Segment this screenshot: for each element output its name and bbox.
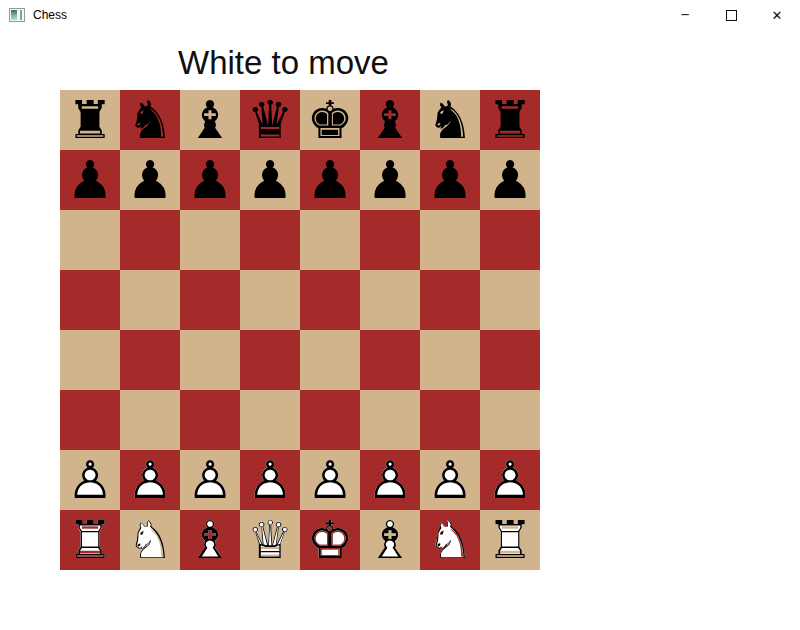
piece-white-rook[interactable]: ♜♖ [60, 510, 120, 570]
square-d3[interactable] [240, 390, 300, 450]
piece-black-pawn[interactable]: ♟ [480, 150, 540, 210]
square-h4[interactable] [480, 330, 540, 390]
square-e5[interactable] [300, 270, 360, 330]
piece-white-queen[interactable]: ♛♕ [240, 510, 300, 570]
piece-black-rook[interactable]: ♜ [60, 90, 120, 150]
window-controls: ─ ✕ [662, 0, 800, 30]
square-b8[interactable]: ♞ [120, 90, 180, 150]
square-d4[interactable] [240, 330, 300, 390]
square-d5[interactable] [240, 270, 300, 330]
piece-glyph: ♝ [187, 90, 234, 150]
piece-outline: ♔ [307, 510, 354, 570]
square-g5[interactable] [420, 270, 480, 330]
piece-black-pawn[interactable]: ♟ [240, 150, 300, 210]
piece-outline: ♕ [247, 510, 294, 570]
piece-white-bishop[interactable]: ♝♗ [360, 510, 420, 570]
chess-window: { "game": "chess", "window": { "title": … [0, 0, 800, 630]
square-d6[interactable] [240, 210, 300, 270]
square-a3[interactable] [60, 390, 120, 450]
piece-black-bishop[interactable]: ♝ [180, 90, 240, 150]
square-g2[interactable]: ♟♙ [420, 450, 480, 510]
piece-outline: ♙ [307, 450, 354, 510]
piece-black-pawn[interactable]: ♟ [300, 150, 360, 210]
piece-black-pawn[interactable]: ♟ [120, 150, 180, 210]
square-c2[interactable]: ♟♙ [180, 450, 240, 510]
square-b1[interactable]: ♞♘ [120, 510, 180, 570]
square-g6[interactable] [420, 210, 480, 270]
piece-black-knight[interactable]: ♞ [120, 90, 180, 150]
square-c6[interactable] [180, 210, 240, 270]
piece-glyph: ♟ [127, 150, 174, 210]
piece-glyph: ♟ [187, 150, 234, 210]
square-h7[interactable]: ♟ [480, 150, 540, 210]
piece-white-knight[interactable]: ♞♘ [420, 510, 480, 570]
square-b7[interactable]: ♟ [120, 150, 180, 210]
square-c8[interactable]: ♝ [180, 90, 240, 150]
minimize-button[interactable]: ─ [662, 0, 708, 30]
square-f4[interactable] [360, 330, 420, 390]
piece-black-pawn[interactable]: ♟ [60, 150, 120, 210]
piece-white-pawn[interactable]: ♟♙ [120, 450, 180, 510]
piece-outline: ♙ [367, 450, 414, 510]
square-e7[interactable]: ♟ [300, 150, 360, 210]
square-d2[interactable]: ♟♙ [240, 450, 300, 510]
piece-glyph: ♟ [247, 150, 294, 210]
piece-white-king[interactable]: ♚♔ [300, 510, 360, 570]
piece-black-pawn[interactable]: ♟ [180, 150, 240, 210]
piece-black-pawn[interactable]: ♟ [420, 150, 480, 210]
piece-glyph: ♟ [427, 150, 474, 210]
square-e2[interactable]: ♟♙ [300, 450, 360, 510]
square-c3[interactable] [180, 390, 240, 450]
square-f5[interactable] [360, 270, 420, 330]
piece-glyph: ♟ [307, 150, 354, 210]
square-b3[interactable] [120, 390, 180, 450]
square-a6[interactable] [60, 210, 120, 270]
piece-white-knight[interactable]: ♞♘ [120, 510, 180, 570]
piece-black-bishop[interactable]: ♝ [360, 90, 420, 150]
square-d7[interactable]: ♟ [240, 150, 300, 210]
square-g8[interactable]: ♞ [420, 90, 480, 150]
square-b5[interactable] [120, 270, 180, 330]
piece-outline: ♙ [247, 450, 294, 510]
app-icon-art [11, 10, 17, 20]
piece-glyph: ♟ [67, 150, 114, 210]
piece-white-bishop[interactable]: ♝♗ [180, 510, 240, 570]
piece-glyph: ♜ [487, 90, 534, 150]
square-a8[interactable]: ♜ [60, 90, 120, 150]
square-f3[interactable] [360, 390, 420, 450]
square-e1[interactable]: ♚♔ [300, 510, 360, 570]
square-c5[interactable] [180, 270, 240, 330]
piece-outline: ♗ [367, 510, 414, 570]
window-title: Chess [33, 8, 67, 22]
piece-outline: ♙ [487, 450, 534, 510]
piece-outline: ♙ [427, 450, 474, 510]
square-d8[interactable]: ♛ [240, 90, 300, 150]
close-button[interactable]: ✕ [754, 0, 800, 30]
piece-outline: ♖ [67, 510, 114, 570]
square-a2[interactable]: ♟♙ [60, 450, 120, 510]
square-h1[interactable]: ♜♖ [480, 510, 540, 570]
piece-black-pawn[interactable]: ♟ [360, 150, 420, 210]
piece-white-rook[interactable]: ♜♖ [480, 510, 540, 570]
square-g1[interactable]: ♞♘ [420, 510, 480, 570]
piece-white-pawn[interactable]: ♟♙ [240, 450, 300, 510]
piece-black-king[interactable]: ♚ [300, 90, 360, 150]
piece-glyph: ♛ [247, 90, 294, 150]
piece-outline: ♖ [487, 510, 534, 570]
app-icon [9, 8, 25, 22]
square-e8[interactable]: ♚ [300, 90, 360, 150]
piece-glyph: ♜ [67, 90, 114, 150]
square-b2[interactable]: ♟♙ [120, 450, 180, 510]
piece-glyph: ♞ [127, 90, 174, 150]
piece-outline: ♙ [67, 450, 114, 510]
chess-board: ♜♞♝♛♚♝♞♜♟♟♟♟♟♟♟♟♟♙♟♙♟♙♟♙♟♙♟♙♟♙♟♙♜♖♞♘♝♗♛♕… [60, 90, 540, 570]
piece-outline: ♘ [127, 510, 174, 570]
title-bar[interactable]: Chess ─ ✕ [0, 0, 800, 30]
square-h5[interactable] [480, 270, 540, 330]
square-c7[interactable]: ♟ [180, 150, 240, 210]
piece-glyph: ♟ [367, 150, 414, 210]
maximize-button[interactable] [708, 0, 754, 30]
app-icon-stripe [20, 10, 22, 20]
piece-outline: ♙ [127, 450, 174, 510]
square-f6[interactable] [360, 210, 420, 270]
close-icon: ✕ [772, 8, 783, 23]
square-a4[interactable] [60, 330, 120, 390]
square-c4[interactable] [180, 330, 240, 390]
square-h8[interactable]: ♜ [480, 90, 540, 150]
piece-white-pawn[interactable]: ♟♙ [180, 450, 240, 510]
square-a5[interactable] [60, 270, 120, 330]
square-c1[interactable]: ♝♗ [180, 510, 240, 570]
maximize-icon [726, 10, 737, 21]
piece-outline: ♘ [427, 510, 474, 570]
piece-white-pawn[interactable]: ♟♙ [360, 450, 420, 510]
square-f8[interactable]: ♝ [360, 90, 420, 150]
square-a7[interactable]: ♟ [60, 150, 120, 210]
turn-indicator: White to move [178, 44, 389, 82]
piece-black-rook[interactable]: ♜ [480, 90, 540, 150]
square-b4[interactable] [120, 330, 180, 390]
piece-glyph: ♞ [427, 90, 474, 150]
square-h6[interactable] [480, 210, 540, 270]
square-f7[interactable]: ♟ [360, 150, 420, 210]
piece-glyph: ♚ [307, 90, 354, 150]
square-g4[interactable] [420, 330, 480, 390]
piece-black-knight[interactable]: ♞ [420, 90, 480, 150]
square-e3[interactable] [300, 390, 360, 450]
square-a1[interactable]: ♜♖ [60, 510, 120, 570]
square-e6[interactable] [300, 210, 360, 270]
square-b6[interactable] [120, 210, 180, 270]
square-f2[interactable]: ♟♙ [360, 450, 420, 510]
square-d1[interactable]: ♛♕ [240, 510, 300, 570]
piece-white-pawn[interactable]: ♟♙ [480, 450, 540, 510]
square-g3[interactable] [420, 390, 480, 450]
piece-black-queen[interactable]: ♛ [240, 90, 300, 150]
minimize-icon: ─ [681, 8, 688, 22]
square-h3[interactable] [480, 390, 540, 450]
piece-white-pawn[interactable]: ♟♙ [60, 450, 120, 510]
piece-white-pawn[interactable]: ♟♙ [420, 450, 480, 510]
square-f1[interactable]: ♝♗ [360, 510, 420, 570]
square-e4[interactable] [300, 330, 360, 390]
piece-glyph: ♟ [487, 150, 534, 210]
square-h2[interactable]: ♟♙ [480, 450, 540, 510]
piece-white-pawn[interactable]: ♟♙ [300, 450, 360, 510]
piece-glyph: ♝ [367, 90, 414, 150]
square-g7[interactable]: ♟ [420, 150, 480, 210]
piece-outline: ♙ [187, 450, 234, 510]
piece-outline: ♗ [187, 510, 234, 570]
